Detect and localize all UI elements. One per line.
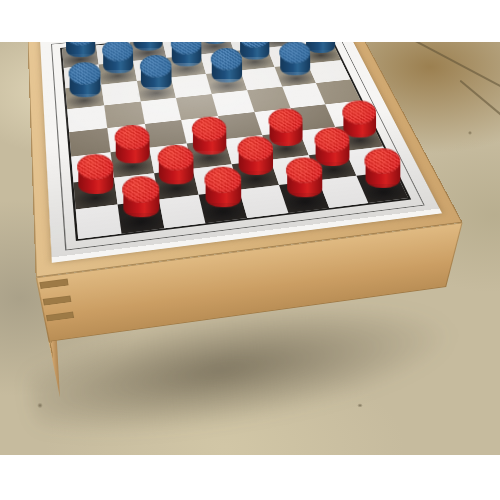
checker-top — [68, 62, 100, 85]
checker-cylinder — [133, 42, 163, 51]
checker-cylinder — [122, 176, 159, 217]
checker-cylinder — [77, 154, 113, 194]
checker-top — [102, 42, 133, 61]
finger-joint — [43, 295, 72, 305]
checker-cylinder — [102, 42, 133, 73]
checker-side — [133, 42, 162, 51]
checker-top — [211, 48, 243, 70]
checker-cylinder — [239, 42, 269, 60]
checker-top — [237, 136, 273, 161]
checker-cylinder — [171, 42, 202, 66]
checker-cylinder — [285, 157, 322, 197]
square-h1 — [357, 171, 408, 203]
checker-cylinder — [199, 42, 229, 44]
checker-cylinder — [65, 42, 95, 57]
square-a1 — [76, 205, 122, 239]
checker-top — [122, 176, 159, 203]
stone-crack — [404, 42, 500, 88]
square-d6 — [171, 74, 211, 98]
square-b7 — [98, 61, 136, 84]
checker-cylinder — [237, 136, 273, 175]
square-b6 — [101, 81, 140, 106]
checker-cylinder — [68, 62, 100, 97]
stone-crack — [460, 80, 500, 127]
square-d1 — [199, 190, 247, 223]
checker-cylinder — [365, 148, 401, 188]
board-paper — [40, 42, 442, 263]
checker-cylinder — [140, 55, 172, 90]
stone-background — [0, 42, 500, 455]
checker-top — [365, 148, 401, 174]
checker-cylinder — [114, 125, 149, 163]
finger-joint — [46, 312, 74, 322]
checker-top — [114, 125, 149, 150]
checker-top — [268, 108, 302, 132]
checker-top — [285, 157, 322, 183]
square-g6 — [274, 63, 316, 87]
checker-cylinder — [280, 42, 311, 76]
square-b1 — [117, 200, 163, 234]
square-d7 — [167, 54, 206, 77]
finger-joint — [39, 279, 69, 289]
checker-side — [200, 42, 229, 44]
checker-cylinder — [158, 145, 194, 185]
checker-top — [192, 116, 227, 141]
checker-top — [77, 154, 113, 180]
square-c1 — [158, 195, 205, 229]
checker-top — [205, 167, 242, 193]
checker-cylinder — [205, 167, 242, 208]
checker-top — [342, 100, 376, 124]
checker-cylinder — [192, 116, 227, 154]
square-f1 — [279, 181, 329, 213]
checker-cylinder — [211, 48, 243, 83]
